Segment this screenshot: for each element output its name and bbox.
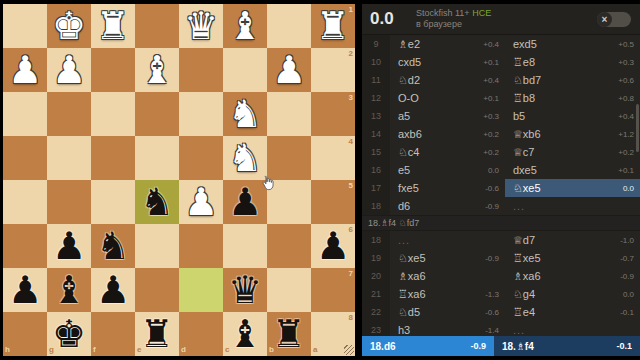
move-san: dxe5 — [513, 164, 618, 176]
move-san: b5 — [513, 110, 618, 122]
move-san: ♕c7 — [513, 146, 618, 159]
move-eval: -0.9 — [485, 202, 499, 211]
move-black[interactable]: ... — [505, 321, 640, 336]
move-black[interactable]: ♕xb6+1.2 — [505, 125, 640, 143]
move-san: fxe5 — [398, 182, 485, 194]
coord-rank-3: 3 — [349, 94, 353, 102]
move-number: 14 — [362, 125, 390, 143]
move-row: 14axb6+0.2♕xb6+1.2 — [362, 125, 640, 143]
move-black[interactable]: ♘g40.0 — [505, 285, 640, 303]
coord-file-f: f — [93, 346, 96, 354]
move-number: 19 — [362, 249, 390, 267]
square-e1[interactable] — [135, 4, 179, 48]
move-eval: -0.7 — [620, 254, 634, 263]
move-san: ♘xe5 — [513, 182, 623, 195]
move-eval: -0.9 — [620, 272, 634, 281]
coord-file-b: b — [269, 346, 274, 354]
square-a1[interactable]: ♜1 — [311, 4, 355, 48]
move-eval: 0.0 — [623, 184, 634, 193]
square-c6[interactable] — [223, 224, 267, 268]
move-san: d6 — [398, 200, 485, 212]
piece-white-pawn[interactable]: ♟ — [267, 48, 311, 92]
square-b7[interactable] — [267, 268, 311, 312]
piece-white-rook[interactable]: ♜ — [91, 4, 135, 48]
move-san: O-O — [398, 92, 483, 104]
move-eval: -0.1 — [620, 308, 634, 317]
square-a3[interactable]: 3 — [311, 92, 355, 136]
move-row: 18...♕d7-1.0 — [362, 231, 640, 249]
engine-name: Stockfish 11+ — [416, 8, 470, 18]
move-white[interactable]: ♖xa6-1.3 — [390, 285, 505, 303]
square-g7[interactable]: ♝ — [47, 268, 91, 312]
move-black[interactable]: ♕c7+0.2 — [505, 143, 640, 161]
toggle-close-icon[interactable]: × — [597, 12, 612, 27]
move-san: cxd5 — [398, 56, 483, 68]
move-san: h3 — [398, 324, 485, 336]
move-eval: +0.1 — [483, 94, 499, 103]
move-black[interactable]: b5+0.4 — [505, 107, 640, 125]
move-san: axb6 — [398, 128, 483, 140]
move-eval: +0.4 — [483, 40, 499, 49]
move-white[interactable]: fxe5-0.6 — [390, 179, 505, 197]
move-list-scrollbar[interactable] — [636, 104, 639, 152]
move-san: ♘bd7 — [513, 74, 618, 87]
move-eval: +0.4 — [618, 112, 634, 121]
square-d4[interactable] — [179, 136, 223, 180]
square-e7[interactable] — [135, 268, 179, 312]
move-san: ♘d2 — [398, 74, 483, 87]
move-eval: -0.9 — [485, 254, 499, 263]
square-f3[interactable] — [91, 92, 135, 136]
move-eval: +0.5 — [618, 40, 634, 49]
move-row: 12O-O+0.1♖b8+0.8 — [362, 89, 640, 107]
coord-rank-8: 8 — [349, 314, 353, 322]
square-g6[interactable]: ♟ — [47, 224, 91, 268]
candidate-move-1-label: 18.d6 — [370, 341, 470, 352]
square-b1[interactable] — [267, 4, 311, 48]
move-black[interactable]: ♖b8+0.8 — [505, 89, 640, 107]
move-eval: +0.2 — [483, 130, 499, 139]
move-white[interactable]: ... — [390, 231, 505, 249]
engine-header: 0.0 Stockfish 11+ HCE в браузере × — [362, 4, 640, 35]
move-san: exd5 — [513, 38, 618, 50]
coord-file-c: c — [225, 346, 229, 354]
move-eval: +0.2 — [483, 148, 499, 157]
move-list: 9♗e2+0.4exd5+0.510cxd5+0.1♖e8+0.311♘d2+0… — [362, 35, 640, 336]
square-c4[interactable]: ♞ — [223, 136, 267, 180]
piece-white-knight[interactable]: ♞ — [223, 136, 267, 180]
piece-white-knight[interactable]: ♞ — [223, 92, 267, 136]
piece-white-pawn[interactable]: ♟ — [3, 48, 47, 92]
square-g5[interactable] — [47, 180, 91, 224]
move-san: ♘c4 — [398, 146, 483, 159]
square-d2[interactable] — [179, 48, 223, 92]
move-white[interactable]: e50.0 — [390, 161, 505, 179]
piece-black-pawn[interactable]: ♟ — [47, 224, 91, 268]
square-h6[interactable] — [3, 224, 47, 268]
piece-black-knight[interactable]: ♞ — [91, 224, 135, 268]
move-eval: -1.4 — [485, 326, 499, 335]
square-c5[interactable]: ♟ — [223, 180, 267, 224]
piece-white-pawn[interactable]: ♟ — [47, 48, 91, 92]
move-row: 9♗e2+0.4exd5+0.5 — [362, 35, 640, 53]
square-h5[interactable] — [3, 180, 47, 224]
move-eval: 0.0 — [623, 290, 634, 299]
move-san: ♕d7 — [513, 234, 620, 247]
move-number: 22 — [362, 303, 390, 321]
square-f5[interactable] — [91, 180, 135, 224]
chess-board: ♚♜♛♝♜1♟♟♝♟2♞3♞4♞♟♟5♟♞♟6♟♝♟♛7h♚gf♜ed♝c♜ba… — [3, 4, 355, 356]
move-row: 22♘d5-0.6♖e4-0.1 — [362, 303, 640, 321]
square-b5[interactable] — [267, 180, 311, 224]
candidate-move-2-eval: -0.1 — [616, 341, 632, 351]
candidate-move-1-eval: -0.9 — [470, 341, 486, 351]
engine-name-line: Stockfish 11+ HCE — [416, 8, 597, 19]
piece-white-king[interactable]: ♚ — [47, 4, 91, 48]
square-a4[interactable]: 4 — [311, 136, 355, 180]
piece-black-knight[interactable]: ♞ — [135, 180, 179, 224]
move-san: ... — [398, 234, 499, 246]
move-row: 21♖xa6-1.3♘g40.0 — [362, 285, 640, 303]
move-white[interactable]: ♘d2+0.4 — [390, 71, 505, 89]
move-san: ♗xa6 — [398, 270, 499, 283]
piece-white-bishop[interactable]: ♝ — [223, 4, 267, 48]
coord-rank-7: 7 — [349, 270, 353, 278]
move-black[interactable]: ♗xa6-0.9 — [505, 267, 640, 285]
square-a5[interactable]: 5 — [311, 180, 355, 224]
move-number: 17 — [362, 179, 390, 197]
coord-file-a: a — [313, 346, 317, 354]
square-g8[interactable]: ♚g — [47, 312, 91, 356]
square-a7[interactable]: 7 — [311, 268, 355, 312]
move-eval: -1.0 — [620, 236, 634, 245]
square-b3[interactable] — [267, 92, 311, 136]
move-eval: -0.6 — [485, 184, 499, 193]
analysis-panel: 0.0 Stockfish 11+ HCE в браузере × 9♗e2+… — [362, 4, 640, 356]
move-san: ... — [513, 324, 634, 336]
square-c2[interactable] — [223, 48, 267, 92]
move-black[interactable]: ♖e8+0.3 — [505, 53, 640, 71]
move-san: ... — [513, 200, 634, 212]
board-resize-handle[interactable] — [344, 345, 354, 355]
piece-black-rook[interactable]: ♜ — [135, 312, 179, 356]
square-d5[interactable]: ♟ — [179, 180, 223, 224]
move-number: 18 — [362, 231, 390, 249]
variation-comment[interactable]: 18.♗f4 ♘fd7 — [362, 215, 640, 231]
move-number: 9 — [362, 35, 390, 53]
eval-score: 0.0 — [362, 9, 416, 29]
square-c7[interactable]: ♛ — [223, 268, 267, 312]
piece-black-bishop[interactable]: ♝ — [223, 312, 267, 356]
square-d7[interactable] — [179, 268, 223, 312]
move-row: 18d6-0.9... — [362, 197, 640, 215]
coord-rank-5: 5 — [349, 182, 353, 190]
move-eval: +0.3 — [483, 112, 499, 121]
square-c3[interactable]: ♞ — [223, 92, 267, 136]
move-white[interactable]: ♗e2+0.4 — [390, 35, 505, 53]
move-white[interactable]: ♘c4+0.2 — [390, 143, 505, 161]
move-number: 13 — [362, 107, 390, 125]
move-san: a5 — [398, 110, 483, 122]
move-eval: +0.1 — [618, 166, 634, 175]
coord-rank-6: 6 — [349, 226, 353, 234]
move-black[interactable]: ♖xe5-0.7 — [505, 249, 640, 267]
square-d1[interactable]: ♛ — [179, 4, 223, 48]
candidate-move-2-label: 18.♗f4 — [502, 341, 616, 352]
square-e2[interactable]: ♝ — [135, 48, 179, 92]
piece-black-pawn[interactable]: ♟ — [223, 180, 267, 224]
square-c1[interactable]: ♝ — [223, 4, 267, 48]
move-san: ♘xe5 — [398, 252, 485, 265]
square-f2[interactable] — [91, 48, 135, 92]
piece-black-pawn[interactable]: ♟ — [91, 268, 135, 312]
move-eval: +0.1 — [483, 58, 499, 67]
move-row: 16e50.0dxe5+0.1 — [362, 161, 640, 179]
coord-file-e: e — [137, 346, 141, 354]
square-h1[interactable] — [3, 4, 47, 48]
move-black[interactable]: ♘xe50.0 — [505, 179, 640, 197]
piece-black-bishop[interactable]: ♝ — [47, 268, 91, 312]
square-f4[interactable] — [91, 136, 135, 180]
square-e4[interactable] — [135, 136, 179, 180]
piece-black-pawn[interactable]: ♟ — [3, 268, 47, 312]
move-eval: +1.2 — [618, 130, 634, 139]
square-b6[interactable] — [267, 224, 311, 268]
engine-subtitle: в браузере — [416, 19, 597, 30]
move-number: 15 — [362, 143, 390, 161]
move-white[interactable]: a5+0.3 — [390, 107, 505, 125]
move-eval: +0.4 — [483, 76, 499, 85]
move-san: e5 — [398, 164, 488, 176]
piece-white-queen[interactable]: ♛ — [179, 4, 223, 48]
move-row: 17fxe5-0.6♘xe50.0 — [362, 179, 640, 197]
square-b8[interactable]: ♜b — [267, 312, 311, 356]
piece-white-bishop[interactable]: ♝ — [135, 48, 179, 92]
move-white[interactable]: ♘xe5-0.9 — [390, 249, 505, 267]
square-h2[interactable]: ♟ — [3, 48, 47, 92]
move-number: 20 — [362, 267, 390, 285]
square-h3[interactable] — [3, 92, 47, 136]
engine-toggle[interactable]: × — [597, 12, 631, 27]
piece-black-queen[interactable]: ♛ — [223, 268, 267, 312]
square-f7[interactable]: ♟ — [91, 268, 135, 312]
move-eval: -1.3 — [485, 290, 499, 299]
move-number: 12 — [362, 89, 390, 107]
move-eval: +0.3 — [618, 58, 634, 67]
move-white[interactable]: cxd5+0.1 — [390, 53, 505, 71]
candidate-moves-bar: 18.d6 -0.9 18.♗f4 -0.1 — [362, 336, 640, 356]
move-eval: +0.8 — [618, 94, 634, 103]
move-white[interactable]: O-O+0.1 — [390, 89, 505, 107]
move-black[interactable]: ♕d7-1.0 — [505, 231, 640, 249]
move-eval: +0.2 — [618, 148, 634, 157]
move-row: 15♘c4+0.2♕c7+0.2 — [362, 143, 640, 161]
move-black[interactable]: ♘bd7+0.6 — [505, 71, 640, 89]
move-white[interactable]: axb6+0.2 — [390, 125, 505, 143]
square-c8[interactable]: ♝c — [223, 312, 267, 356]
candidate-move-2[interactable]: 18.♗f4 -0.1 — [494, 336, 640, 356]
move-black[interactable]: dxe5+0.1 — [505, 161, 640, 179]
move-black[interactable]: exd5+0.5 — [505, 35, 640, 53]
square-h4[interactable] — [3, 136, 47, 180]
move-eval: 0.0 — [488, 166, 499, 175]
move-san: ♗e2 — [398, 38, 483, 51]
move-white[interactable]: h3-1.4 — [390, 321, 505, 336]
move-white[interactable]: ♘d5-0.6 — [390, 303, 505, 321]
square-b2[interactable]: ♟ — [267, 48, 311, 92]
square-f8[interactable]: f — [91, 312, 135, 356]
move-row: 11♘d2+0.4♘bd7+0.6 — [362, 71, 640, 89]
square-e3[interactable] — [135, 92, 179, 136]
move-eval: -0.6 — [485, 308, 499, 317]
square-h8[interactable]: h — [3, 312, 47, 356]
candidate-move-1[interactable]: 18.d6 -0.9 — [362, 336, 494, 356]
move-san: ♘g4 — [513, 288, 623, 301]
coord-file-h: h — [5, 346, 10, 354]
move-san: ♘d5 — [398, 306, 485, 319]
coord-file-d: d — [181, 346, 186, 354]
square-g1[interactable]: ♚ — [47, 4, 91, 48]
move-row: 19♘xe5-0.9♖xe5-0.7 — [362, 249, 640, 267]
square-f6[interactable]: ♞ — [91, 224, 135, 268]
move-number: 23 — [362, 321, 390, 336]
square-d3[interactable] — [179, 92, 223, 136]
move-san: ♖b8 — [513, 92, 618, 105]
square-g4[interactable] — [47, 136, 91, 180]
square-e6[interactable] — [135, 224, 179, 268]
coord-file-g: g — [49, 346, 54, 354]
move-san: ♖xe5 — [513, 252, 620, 265]
move-san: ♗xa6 — [513, 270, 620, 283]
engine-badge: HCE — [472, 8, 491, 18]
move-white[interactable]: d6-0.9 — [390, 197, 505, 215]
square-d6[interactable] — [179, 224, 223, 268]
move-row: 23h3-1.4... — [362, 321, 640, 336]
square-b4[interactable] — [267, 136, 311, 180]
move-row: 13a5+0.3b5+0.4 — [362, 107, 640, 125]
square-g3[interactable] — [47, 92, 91, 136]
square-a2[interactable]: 2 — [311, 48, 355, 92]
square-h7[interactable]: ♟ — [3, 268, 47, 312]
move-number: 21 — [362, 285, 390, 303]
move-number: 11 — [362, 71, 390, 89]
move-black[interactable]: ... — [505, 197, 640, 215]
move-black[interactable]: ♖e4-0.1 — [505, 303, 640, 321]
move-eval: +0.6 — [618, 76, 634, 85]
move-san: ♖e8 — [513, 56, 618, 69]
square-d8[interactable]: d — [179, 312, 223, 356]
move-san: ♖xa6 — [398, 288, 485, 301]
square-a6[interactable]: ♟6 — [311, 224, 355, 268]
move-san: ♕xb6 — [513, 128, 618, 141]
move-row: 20♗xa6♗xa6-0.9 — [362, 267, 640, 285]
move-san: ♖e4 — [513, 306, 620, 319]
move-number: 16 — [362, 161, 390, 179]
square-e8[interactable]: ♜e — [135, 312, 179, 356]
square-g2[interactable]: ♟ — [47, 48, 91, 92]
move-number: 10 — [362, 53, 390, 71]
coord-rank-1: 1 — [349, 6, 353, 14]
piece-white-pawn[interactable]: ♟ — [179, 180, 223, 224]
coord-rank-2: 2 — [349, 50, 353, 58]
coord-rank-4: 4 — [349, 138, 353, 146]
move-row: 10cxd5+0.1♖e8+0.3 — [362, 53, 640, 71]
move-number: 18 — [362, 197, 390, 215]
move-white[interactable]: ♗xa6 — [390, 267, 505, 285]
square-f1[interactable]: ♜ — [91, 4, 135, 48]
square-e5[interactable]: ♞ — [135, 180, 179, 224]
